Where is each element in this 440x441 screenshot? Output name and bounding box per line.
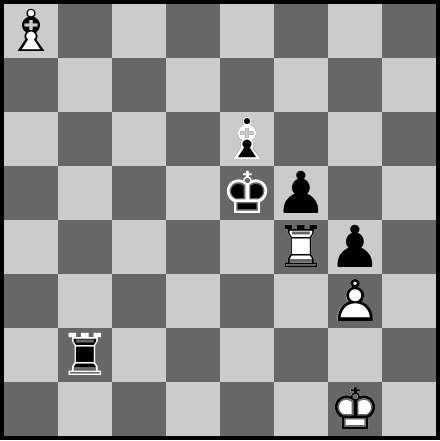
black-bishop-outline-icon: ♗ — [220, 112, 274, 166]
square-h7[interactable] — [382, 58, 436, 112]
square-f1[interactable] — [274, 382, 328, 436]
square-b3[interactable] — [58, 274, 112, 328]
chess-board: ♝♗♝♗♚♔♟♜♖♟♟♙♜♖♚♔ — [0, 0, 440, 440]
square-e8[interactable] — [220, 4, 274, 58]
square-e2[interactable] — [220, 328, 274, 382]
square-d6[interactable] — [166, 112, 220, 166]
white-king-body-icon: ♚ — [328, 382, 382, 436]
square-g3[interactable]: ♟♙ — [328, 274, 382, 328]
white-rook-body-icon: ♜ — [274, 220, 328, 274]
square-c8[interactable] — [112, 4, 166, 58]
black-pawn[interactable]: ♟ — [328, 220, 382, 274]
square-c5[interactable] — [112, 166, 166, 220]
square-c6[interactable] — [112, 112, 166, 166]
square-b8[interactable] — [58, 4, 112, 58]
black-king-body-icon: ♚ — [220, 166, 274, 220]
square-h4[interactable] — [382, 220, 436, 274]
square-h1[interactable] — [382, 382, 436, 436]
square-b5[interactable] — [58, 166, 112, 220]
square-d5[interactable] — [166, 166, 220, 220]
square-g6[interactable] — [328, 112, 382, 166]
black-king-outline-icon: ♔ — [220, 166, 274, 220]
square-b6[interactable] — [58, 112, 112, 166]
square-g7[interactable] — [328, 58, 382, 112]
square-g5[interactable] — [328, 166, 382, 220]
black-pawn[interactable]: ♟ — [274, 166, 328, 220]
black-rook-body-icon: ♜ — [58, 328, 112, 382]
black-pawn-body-icon: ♟ — [274, 166, 328, 220]
white-bishop-outline-icon: ♗ — [4, 4, 58, 58]
white-pawn-body-icon: ♟ — [328, 274, 382, 328]
white-king[interactable]: ♚♔ — [328, 382, 382, 436]
square-e5[interactable]: ♚♔ — [220, 166, 274, 220]
black-bishop[interactable]: ♝♗ — [220, 112, 274, 166]
square-g8[interactable] — [328, 4, 382, 58]
square-a7[interactable] — [4, 58, 58, 112]
white-pawn-outline-icon: ♙ — [328, 274, 382, 328]
square-d8[interactable] — [166, 4, 220, 58]
square-a2[interactable] — [4, 328, 58, 382]
square-e1[interactable] — [220, 382, 274, 436]
square-b7[interactable] — [58, 58, 112, 112]
white-bishop-body-icon: ♝ — [4, 4, 58, 58]
black-pawn-body-icon: ♟ — [328, 220, 382, 274]
white-rook[interactable]: ♜♖ — [274, 220, 328, 274]
square-c2[interactable] — [112, 328, 166, 382]
square-c3[interactable] — [112, 274, 166, 328]
square-g2[interactable] — [328, 328, 382, 382]
square-a3[interactable] — [4, 274, 58, 328]
square-f7[interactable] — [274, 58, 328, 112]
square-f8[interactable] — [274, 4, 328, 58]
square-c7[interactable] — [112, 58, 166, 112]
black-rook-outline-icon: ♖ — [58, 328, 112, 382]
square-b1[interactable] — [58, 382, 112, 436]
white-king-outline-icon: ♔ — [328, 382, 382, 436]
square-e6[interactable]: ♝♗ — [220, 112, 274, 166]
square-d3[interactable] — [166, 274, 220, 328]
square-a8[interactable]: ♝♗ — [4, 4, 58, 58]
square-b4[interactable] — [58, 220, 112, 274]
square-e4[interactable] — [220, 220, 274, 274]
square-e3[interactable] — [220, 274, 274, 328]
square-h3[interactable] — [382, 274, 436, 328]
square-c1[interactable] — [112, 382, 166, 436]
square-h2[interactable] — [382, 328, 436, 382]
square-g4[interactable]: ♟ — [328, 220, 382, 274]
square-d2[interactable] — [166, 328, 220, 382]
square-h5[interactable] — [382, 166, 436, 220]
square-a6[interactable] — [4, 112, 58, 166]
square-a1[interactable] — [4, 382, 58, 436]
square-f3[interactable] — [274, 274, 328, 328]
black-rook[interactable]: ♜♖ — [58, 328, 112, 382]
square-h6[interactable] — [382, 112, 436, 166]
square-d1[interactable] — [166, 382, 220, 436]
white-pawn[interactable]: ♟♙ — [328, 274, 382, 328]
square-c4[interactable] — [112, 220, 166, 274]
square-g1[interactable]: ♚♔ — [328, 382, 382, 436]
page: ♝♗♝♗♚♔♟♜♖♟♟♙♜♖♚♔ — [0, 0, 440, 441]
square-e7[interactable] — [220, 58, 274, 112]
square-f5[interactable]: ♟ — [274, 166, 328, 220]
square-h8[interactable] — [382, 4, 436, 58]
square-b2[interactable]: ♜♖ — [58, 328, 112, 382]
square-d4[interactable] — [166, 220, 220, 274]
square-d7[interactable] — [166, 58, 220, 112]
square-f4[interactable]: ♜♖ — [274, 220, 328, 274]
square-a4[interactable] — [4, 220, 58, 274]
white-rook-outline-icon: ♖ — [274, 220, 328, 274]
square-a5[interactable] — [4, 166, 58, 220]
square-f6[interactable] — [274, 112, 328, 166]
square-f2[interactable] — [274, 328, 328, 382]
black-bishop-body-icon: ♝ — [220, 112, 274, 166]
white-bishop[interactable]: ♝♗ — [4, 4, 58, 58]
black-king[interactable]: ♚♔ — [220, 166, 274, 220]
